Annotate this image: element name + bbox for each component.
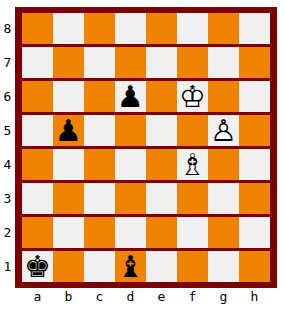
square-d2[interactable] <box>115 217 146 248</box>
piece-fill-glyph: ♟ <box>115 80 146 111</box>
square-d5[interactable] <box>115 115 146 146</box>
square-f2[interactable] <box>177 217 208 248</box>
file-label-e: e <box>146 290 177 304</box>
square-f5[interactable] <box>177 115 208 146</box>
black-pawn-b5[interactable]: ♟ <box>53 115 84 146</box>
square-g1[interactable] <box>208 251 239 282</box>
board-rank-7 <box>22 47 270 81</box>
square-d1[interactable]: ♝ <box>115 251 146 282</box>
piece-fill-glyph: ♟ <box>53 114 84 145</box>
piece-outline-glyph: ♙ <box>208 114 239 145</box>
black-bishop-d1[interactable]: ♝ <box>115 251 146 282</box>
rank-labels: 87654321 <box>0 13 15 285</box>
square-b4[interactable] <box>53 149 84 180</box>
piece-outline-glyph: ♗ <box>177 148 208 179</box>
file-labels: abcdefgh <box>22 290 270 304</box>
square-f1[interactable] <box>177 251 208 282</box>
square-a2[interactable] <box>22 217 53 248</box>
square-h2[interactable] <box>239 217 270 248</box>
square-g3[interactable] <box>208 183 239 214</box>
square-e4[interactable] <box>146 149 177 180</box>
square-c1[interactable] <box>84 251 115 282</box>
square-a1[interactable]: ♚ <box>22 251 53 282</box>
square-e7[interactable] <box>146 47 177 78</box>
square-d4[interactable] <box>115 149 146 180</box>
file-label-a: a <box>22 290 53 304</box>
white-king-f6[interactable]: ♚♔ <box>177 81 208 112</box>
black-pawn-d6[interactable]: ♟ <box>115 81 146 112</box>
file-label-g: g <box>208 290 239 304</box>
square-b6[interactable] <box>53 81 84 112</box>
square-e3[interactable] <box>146 183 177 214</box>
board-rank-6: ♟♚♔ <box>22 81 270 115</box>
file-label-c: c <box>84 290 115 304</box>
board-rank-4: ♝♗ <box>22 149 270 183</box>
square-c4[interactable] <box>84 149 115 180</box>
rank-label-3: 3 <box>0 183 15 217</box>
square-b7[interactable] <box>53 47 84 78</box>
rank-label-4: 4 <box>0 149 15 183</box>
rank-label-7: 7 <box>0 47 15 81</box>
square-g7[interactable] <box>208 47 239 78</box>
black-king-a1[interactable]: ♚ <box>22 251 53 282</box>
square-f4[interactable]: ♝♗ <box>177 149 208 180</box>
square-e5[interactable] <box>146 115 177 146</box>
white-pawn-g5[interactable]: ♟♙ <box>208 115 239 146</box>
square-b1[interactable] <box>53 251 84 282</box>
chess-board: ♟♚♔♟♟♙♝♗♚♝ <box>15 7 277 288</box>
square-h5[interactable] <box>239 115 270 146</box>
square-b8[interactable] <box>53 13 84 44</box>
chess-diagram: 87654321 ♟♚♔♟♟♙♝♗♚♝ abcdefgh <box>0 0 285 322</box>
rank-label-2: 2 <box>0 217 15 251</box>
square-c7[interactable] <box>84 47 115 78</box>
square-h4[interactable] <box>239 149 270 180</box>
rank-label-1: 1 <box>0 251 15 285</box>
square-e8[interactable] <box>146 13 177 44</box>
square-c6[interactable] <box>84 81 115 112</box>
square-f8[interactable] <box>177 13 208 44</box>
square-e6[interactable] <box>146 81 177 112</box>
square-b2[interactable] <box>53 217 84 248</box>
square-g4[interactable] <box>208 149 239 180</box>
square-f7[interactable] <box>177 47 208 78</box>
square-a8[interactable] <box>22 13 53 44</box>
rank-label-6: 6 <box>0 81 15 115</box>
square-g8[interactable] <box>208 13 239 44</box>
square-g6[interactable] <box>208 81 239 112</box>
square-h3[interactable] <box>239 183 270 214</box>
square-g5[interactable]: ♟♙ <box>208 115 239 146</box>
square-h8[interactable] <box>239 13 270 44</box>
square-a6[interactable] <box>22 81 53 112</box>
square-d7[interactable] <box>115 47 146 78</box>
board-rank-2 <box>22 217 270 251</box>
square-a5[interactable] <box>22 115 53 146</box>
square-d8[interactable] <box>115 13 146 44</box>
square-a4[interactable] <box>22 149 53 180</box>
square-h6[interactable] <box>239 81 270 112</box>
square-c3[interactable] <box>84 183 115 214</box>
square-c2[interactable] <box>84 217 115 248</box>
square-e2[interactable] <box>146 217 177 248</box>
square-b5[interactable]: ♟ <box>53 115 84 146</box>
piece-fill-glyph: ♚ <box>22 250 53 281</box>
square-g2[interactable] <box>208 217 239 248</box>
square-a3[interactable] <box>22 183 53 214</box>
square-a7[interactable] <box>22 47 53 78</box>
white-bishop-f4[interactable]: ♝♗ <box>177 149 208 180</box>
file-label-f: f <box>177 290 208 304</box>
square-h7[interactable] <box>239 47 270 78</box>
piece-fill-glyph: ♝ <box>115 250 146 281</box>
square-h1[interactable] <box>239 251 270 282</box>
square-e1[interactable] <box>146 251 177 282</box>
square-d6[interactable]: ♟ <box>115 81 146 112</box>
rank-label-8: 8 <box>0 13 15 47</box>
square-f6[interactable]: ♚♔ <box>177 81 208 112</box>
board-rank-3 <box>22 183 270 217</box>
file-label-d: d <box>115 290 146 304</box>
piece-outline-glyph: ♔ <box>177 80 208 111</box>
board-rank-1: ♚♝ <box>22 251 270 282</box>
square-c8[interactable] <box>84 13 115 44</box>
file-label-b: b <box>53 290 84 304</box>
rank-label-5: 5 <box>0 115 15 149</box>
square-f3[interactable] <box>177 183 208 214</box>
square-b3[interactable] <box>53 183 84 214</box>
board-rank-8 <box>22 13 270 47</box>
square-c5[interactable] <box>84 115 115 146</box>
board-rank-5: ♟♟♙ <box>22 115 270 149</box>
square-d3[interactable] <box>115 183 146 214</box>
file-label-h: h <box>239 290 270 304</box>
